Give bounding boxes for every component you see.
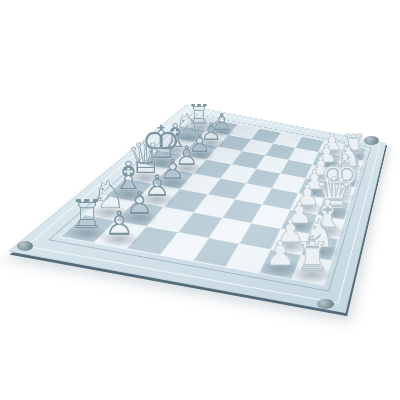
- piece-wR-a1[interactable]: ♖: [69, 195, 105, 235]
- piece-wP-a2[interactable]: ♙: [104, 207, 134, 241]
- glass-chess-set-photo: ♖♘♗♔♕♗♘♖♙♙♙♙♙♙♙♙♟♟♟♟♟♟♟♟♜♞♝♚♛♝♞♜: [0, 0, 400, 400]
- piece-bP-a7[interactable]: ♟: [265, 237, 295, 270]
- piece-bR-a8[interactable]: ♜: [295, 237, 330, 276]
